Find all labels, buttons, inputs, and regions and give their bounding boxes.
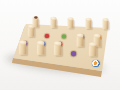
peg-top	[54, 41, 62, 45]
peg-grid	[10, 22, 114, 58]
wooden-peg	[50, 18, 56, 28]
peg-top	[68, 17, 74, 20]
revealed-symbol-purple	[71, 51, 76, 56]
peg-top	[37, 41, 45, 45]
peg-top	[28, 24, 34, 28]
peg-top	[89, 42, 97, 46]
wooden-peg	[54, 42, 62, 55]
wooden-peg	[19, 41, 27, 54]
peg-top	[103, 18, 109, 21]
wooden-peg	[103, 19, 109, 29]
wooden-peg	[68, 18, 74, 28]
wooden-peg	[85, 19, 91, 29]
wooden-peg	[28, 25, 34, 36]
revealed-symbol-red	[45, 33, 50, 37]
peg-top	[85, 18, 91, 21]
wooden-peg	[89, 43, 97, 56]
peg-top	[19, 40, 27, 44]
peg-top	[94, 34, 101, 38]
peg-top	[50, 17, 56, 20]
brand-sticker	[91, 59, 101, 68]
wooden-peg	[76, 35, 83, 47]
product-photo	[0, 0, 120, 90]
wooden-peg	[37, 42, 45, 55]
revealed-symbol-green	[62, 34, 67, 38]
peg-top	[76, 34, 83, 38]
